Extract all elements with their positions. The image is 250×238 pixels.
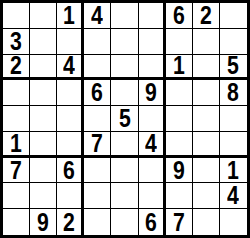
cell-r3c4[interactable] (84, 55, 111, 81)
cell-r9c7[interactable]: 7 (166, 209, 193, 235)
cell-r6c6[interactable]: 4 (139, 132, 166, 158)
cell-r3c8[interactable] (193, 55, 220, 81)
cell-r1c9[interactable] (220, 3, 247, 29)
given-digit: 5 (119, 106, 131, 131)
cell-r2c5[interactable] (111, 29, 138, 55)
cell-r7c3[interactable]: 6 (57, 158, 84, 184)
given-digit: 4 (145, 132, 157, 156)
cell-r5c9[interactable] (220, 106, 247, 132)
given-digit: 7 (91, 132, 103, 156)
cell-r3c7[interactable]: 1 (166, 55, 193, 81)
cell-r1c2[interactable] (30, 3, 57, 29)
cell-r2c6[interactable] (139, 29, 166, 55)
cell-r8c9[interactable]: 4 (220, 183, 247, 209)
cell-r7c4[interactable] (84, 158, 111, 184)
cell-r1c7[interactable]: 6 (166, 3, 193, 29)
cell-r5c4[interactable] (84, 106, 111, 132)
cell-r5c8[interactable] (193, 106, 220, 132)
cell-r1c3[interactable]: 1 (57, 3, 84, 29)
cell-r6c4[interactable]: 7 (84, 132, 111, 158)
cell-r2c7[interactable] (166, 29, 193, 55)
cell-r9c5[interactable] (111, 209, 138, 235)
cell-r1c6[interactable] (139, 3, 166, 29)
given-digit: 7 (10, 158, 22, 183)
given-digit: 2 (10, 55, 22, 79)
cell-r8c1[interactable] (3, 183, 30, 209)
cell-r9c9[interactable] (220, 209, 247, 235)
given-digit: 2 (63, 210, 75, 235)
given-digit: 7 (173, 210, 185, 235)
cell-r5c3[interactable] (57, 106, 84, 132)
given-digit: 2 (200, 3, 212, 28)
cell-r4c5[interactable] (111, 80, 138, 106)
cell-r4c8[interactable] (193, 80, 220, 106)
cell-r1c4[interactable]: 4 (84, 3, 111, 29)
cell-r1c5[interactable] (111, 3, 138, 29)
given-digit: 4 (228, 183, 240, 208)
cell-r2c8[interactable] (193, 29, 220, 55)
cell-r8c8[interactable] (193, 183, 220, 209)
cell-r9c6[interactable]: 6 (139, 209, 166, 235)
cell-r4c4[interactable]: 6 (84, 80, 111, 106)
cell-r2c3[interactable] (57, 29, 84, 55)
cell-r6c7[interactable] (166, 132, 193, 158)
cell-r6c3[interactable] (57, 132, 84, 158)
given-digit: 9 (173, 158, 185, 183)
cell-r5c5[interactable]: 5 (111, 106, 138, 132)
cell-r9c2[interactable]: 9 (30, 209, 57, 235)
cell-r6c9[interactable] (220, 132, 247, 158)
cell-r5c6[interactable] (139, 106, 166, 132)
cell-r8c7[interactable] (166, 183, 193, 209)
cell-r8c2[interactable] (30, 183, 57, 209)
given-digit: 6 (63, 158, 75, 183)
given-digit: 6 (91, 80, 103, 105)
given-digit: 6 (145, 210, 157, 235)
given-digit: 1 (228, 158, 240, 183)
given-digit: 8 (228, 80, 240, 105)
cell-r4c7[interactable] (166, 80, 193, 106)
cell-r7c7[interactable]: 9 (166, 158, 193, 184)
cell-r3c9[interactable]: 5 (220, 55, 247, 81)
given-digit: 3 (10, 29, 22, 54)
given-digit: 6 (173, 3, 185, 28)
cell-r2c2[interactable] (30, 29, 57, 55)
cell-r1c8[interactable]: 2 (193, 3, 220, 29)
given-digit: 4 (63, 55, 75, 79)
cell-r7c2[interactable] (30, 158, 57, 184)
given-digit: 1 (173, 55, 185, 79)
cell-r4c2[interactable] (30, 80, 57, 106)
given-digit: 1 (63, 3, 75, 28)
cell-r2c9[interactable] (220, 29, 247, 55)
cell-r9c1[interactable] (3, 209, 30, 235)
cell-r5c7[interactable] (166, 106, 193, 132)
cell-r8c5[interactable] (111, 183, 138, 209)
sudoku-board: 1462324156985174769149267 (0, 0, 250, 238)
given-digit: 1 (10, 132, 22, 156)
cell-r3c6[interactable] (139, 55, 166, 81)
cell-r4c3[interactable] (57, 80, 84, 106)
cell-r4c6[interactable]: 9 (139, 80, 166, 106)
cell-r3c2[interactable] (30, 55, 57, 81)
cell-r9c4[interactable] (84, 209, 111, 235)
cell-r6c5[interactable] (111, 132, 138, 158)
cell-r3c1[interactable]: 2 (3, 55, 30, 81)
cell-r7c1[interactable]: 7 (3, 158, 30, 184)
cell-r8c3[interactable] (57, 183, 84, 209)
cell-r6c8[interactable] (193, 132, 220, 158)
cell-r6c2[interactable] (30, 132, 57, 158)
cell-r4c9[interactable]: 8 (220, 80, 247, 106)
cell-r5c1[interactable] (3, 106, 30, 132)
given-digit: 5 (228, 55, 240, 79)
given-digit: 9 (37, 210, 49, 235)
cell-r2c1[interactable]: 3 (3, 29, 30, 55)
given-digit: 4 (91, 3, 103, 28)
cell-r9c8[interactable] (193, 209, 220, 235)
cell-r2c4[interactable] (84, 29, 111, 55)
cell-r1c1[interactable] (3, 3, 30, 29)
cell-r7c9[interactable]: 1 (220, 158, 247, 184)
cell-r7c8[interactable] (193, 158, 220, 184)
cell-r7c6[interactable] (139, 158, 166, 184)
cell-r4c1[interactable] (3, 80, 30, 106)
given-digit: 9 (145, 80, 157, 105)
cell-r8c6[interactable] (139, 183, 166, 209)
cell-r5c2[interactable] (30, 106, 57, 132)
cell-r6c1[interactable]: 1 (3, 132, 30, 158)
cell-r3c3[interactable]: 4 (57, 55, 84, 81)
cell-r7c5[interactable] (111, 158, 138, 184)
cell-r3c5[interactable] (111, 55, 138, 81)
cell-r8c4[interactable] (84, 183, 111, 209)
cell-r9c3[interactable]: 2 (57, 209, 84, 235)
